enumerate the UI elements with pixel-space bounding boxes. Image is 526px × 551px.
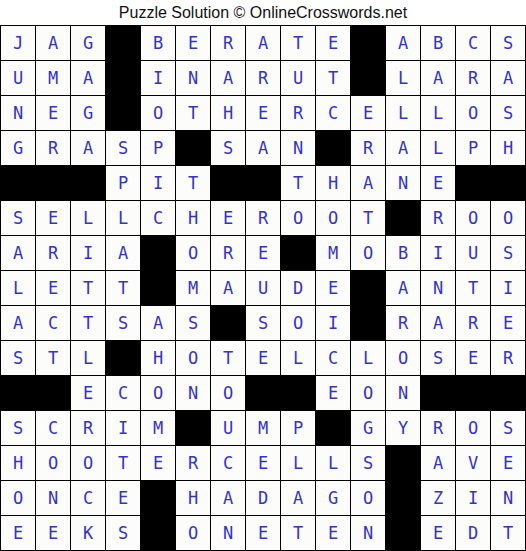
grid-cell: R (211, 26, 245, 60)
grid-cell: C (106, 376, 140, 410)
black-cell (316, 411, 350, 445)
grid-cell: L (351, 341, 385, 375)
grid-cell: S (106, 516, 140, 550)
grid-cell: L (421, 131, 455, 165)
grid-cell: N (421, 271, 455, 305)
grid-cell: N (1, 96, 35, 130)
grid-cell: S (491, 96, 525, 130)
black-cell (1, 376, 35, 410)
grid-cell: O (351, 236, 385, 270)
grid-cell: N (351, 516, 385, 550)
grid-cell: O (351, 376, 385, 410)
grid-cell: T (281, 516, 315, 550)
grid-cell: R (246, 201, 280, 235)
black-cell (141, 516, 175, 550)
grid-cell: R (176, 446, 210, 480)
grid-cell: A (211, 61, 245, 95)
grid-cell: B (421, 26, 455, 60)
grid-cell: U (1, 61, 35, 95)
grid-cell: S (106, 306, 140, 340)
grid-cell: H (1, 446, 35, 480)
grid-cell: I (71, 236, 105, 270)
grid-cell: C (316, 341, 350, 375)
grid-cell: V (456, 446, 490, 480)
grid-cell: T (491, 516, 525, 550)
grid-cell: H (141, 341, 175, 375)
grid-cell: L (316, 446, 350, 480)
black-cell (456, 376, 490, 410)
black-cell (1, 166, 35, 200)
grid-cell: I (491, 271, 525, 305)
grid-cell: A (36, 26, 70, 60)
grid-cell: N (36, 481, 70, 515)
black-cell (106, 26, 140, 60)
grid-cell: R (456, 306, 490, 340)
grid-cell: C (36, 411, 70, 445)
grid-cell: G (351, 411, 385, 445)
grid-cell: T (281, 26, 315, 60)
grid-cell: S (491, 411, 525, 445)
grid-cell: R (246, 61, 280, 95)
grid-cell: L (71, 341, 105, 375)
black-cell (211, 306, 245, 340)
grid-cell: M (246, 411, 280, 445)
grid-cell: I (141, 61, 175, 95)
grid-cell: I (106, 411, 140, 445)
grid-cell: L (106, 201, 140, 235)
grid-cell: E (36, 96, 70, 130)
black-cell (351, 61, 385, 95)
black-cell (106, 96, 140, 130)
crossword-solution-page: Puzzle Solution © OnlineCrosswords.net J… (0, 0, 526, 551)
grid-cell: R (36, 236, 70, 270)
grid-cell: E (71, 376, 105, 410)
grid-cell: S (246, 306, 280, 340)
black-cell (386, 446, 420, 480)
grid-cell: H (316, 166, 350, 200)
grid-cell: C (316, 96, 350, 130)
grid-cell: T (456, 271, 490, 305)
grid-cell: O (456, 201, 490, 235)
grid-cell: A (421, 446, 455, 480)
grid-cell: S (1, 201, 35, 235)
grid-cell: H (176, 481, 210, 515)
grid-cell: O (176, 516, 210, 550)
grid-cell: A (246, 26, 280, 60)
grid-cell: E (316, 271, 350, 305)
grid-cell: E (246, 96, 280, 130)
grid-cell: S (176, 306, 210, 340)
grid-cell: S (1, 411, 35, 445)
black-cell (176, 411, 210, 445)
grid-cell: A (71, 131, 105, 165)
grid-cell: R (281, 96, 315, 130)
grid-cell: E (246, 341, 280, 375)
grid-cell: T (176, 166, 210, 200)
grid-cell: R (211, 236, 245, 270)
grid-cell: A (281, 481, 315, 515)
grid-cell: A (1, 236, 35, 270)
black-cell (106, 341, 140, 375)
grid-cell: O (281, 201, 315, 235)
grid-cell: L (71, 201, 105, 235)
grid-cell: N (281, 131, 315, 165)
grid-cell: N (386, 166, 420, 200)
page-title: Puzzle Solution © OnlineCrosswords.net (0, 0, 526, 25)
grid-cell: E (211, 201, 245, 235)
grid-cell: A (491, 61, 525, 95)
grid-cell: E (36, 201, 70, 235)
grid-cell: O (491, 201, 525, 235)
grid-cell: R (421, 201, 455, 235)
grid-cell: R (36, 131, 70, 165)
grid-cell: R (491, 341, 525, 375)
black-cell (281, 376, 315, 410)
grid-cell: O (71, 446, 105, 480)
grid-cell: C (36, 306, 70, 340)
grid-cell: E (491, 306, 525, 340)
grid-cell: R (421, 411, 455, 445)
black-cell (456, 166, 490, 200)
black-cell (351, 271, 385, 305)
grid-cell: E (176, 26, 210, 60)
grid-cell: O (1, 481, 35, 515)
grid-cell: I (421, 236, 455, 270)
grid-cell: A (106, 236, 140, 270)
grid-cell: E (316, 516, 350, 550)
grid-cell: G (71, 26, 105, 60)
grid-cell: M (36, 61, 70, 95)
black-cell (246, 376, 280, 410)
grid-cell: E (421, 166, 455, 200)
grid-cell: T (71, 306, 105, 340)
grid-cell: E (141, 446, 175, 480)
grid-cell: T (281, 166, 315, 200)
grid-cell: Z (421, 481, 455, 515)
grid-cell: N (176, 376, 210, 410)
grid-cell: U (281, 61, 315, 95)
grid-cell: E (316, 376, 350, 410)
grid-cell: E (106, 481, 140, 515)
black-cell (211, 166, 245, 200)
black-cell (141, 271, 175, 305)
grid-cell: G (1, 131, 35, 165)
black-cell (386, 516, 420, 550)
grid-cell: I (141, 166, 175, 200)
grid-cell: A (71, 61, 105, 95)
grid-cell: A (386, 131, 420, 165)
grid-cell: E (351, 96, 385, 130)
grid-cell: S (491, 26, 525, 60)
grid-cell: E (1, 516, 35, 550)
black-cell (36, 376, 70, 410)
grid-cell: O (281, 306, 315, 340)
grid-cell: E (491, 446, 525, 480)
grid-cell: O (141, 96, 175, 130)
grid-cell: R (456, 61, 490, 95)
grid-cell: C (71, 481, 105, 515)
grid-cell: K (71, 516, 105, 550)
grid-cell: O (211, 376, 245, 410)
grid-cell: P (106, 166, 140, 200)
grid-cell: D (281, 271, 315, 305)
grid-cell: E (246, 446, 280, 480)
grid-cell: S (211, 131, 245, 165)
grid-cell: O (386, 341, 420, 375)
grid-cell: H (491, 131, 525, 165)
grid-cell: T (351, 201, 385, 235)
black-cell (36, 166, 70, 200)
grid-cell: M (141, 411, 175, 445)
black-cell (281, 236, 315, 270)
grid-cell: M (176, 271, 210, 305)
grid-cell: A (246, 131, 280, 165)
grid-cell: L (281, 341, 315, 375)
grid-cell: A (211, 271, 245, 305)
grid-cell: R (351, 131, 385, 165)
black-cell (491, 376, 525, 410)
grid-cell: B (141, 26, 175, 60)
grid-cell: S (106, 131, 140, 165)
grid-cell: N (386, 376, 420, 410)
grid-cell: T (176, 96, 210, 130)
grid-cell: T (211, 341, 245, 375)
grid-cell: L (1, 271, 35, 305)
grid-cell: C (456, 26, 490, 60)
grid-cell: O (456, 96, 490, 130)
grid-cell: O (141, 376, 175, 410)
grid-cell: U (211, 411, 245, 445)
grid-cell: T (71, 271, 105, 305)
grid-cell: O (176, 341, 210, 375)
black-cell (141, 481, 175, 515)
grid-cell: N (211, 516, 245, 550)
grid-cell: T (106, 271, 140, 305)
grid-cell: E (246, 516, 280, 550)
black-cell (386, 201, 420, 235)
grid-cell: L (386, 96, 420, 130)
black-cell (316, 131, 350, 165)
grid-cell: L (281, 446, 315, 480)
grid-cell: L (421, 96, 455, 130)
grid-cell: A (1, 306, 35, 340)
grid-cell: A (141, 306, 175, 340)
grid-cell: R (71, 411, 105, 445)
grid-cell: A (386, 271, 420, 305)
grid-cell: S (421, 341, 455, 375)
grid-cell: P (281, 411, 315, 445)
black-cell (71, 166, 105, 200)
grid-cell: I (316, 306, 350, 340)
grid-cell: I (456, 481, 490, 515)
grid-cell: D (456, 516, 490, 550)
black-cell (351, 26, 385, 60)
grid-cell: D (246, 481, 280, 515)
black-cell (106, 61, 140, 95)
grid-cell: O (316, 201, 350, 235)
black-cell (176, 131, 210, 165)
black-cell (421, 376, 455, 410)
grid-cell: P (141, 131, 175, 165)
grid-cell: O (176, 236, 210, 270)
grid-cell: E (456, 341, 490, 375)
grid-cell: A (211, 481, 245, 515)
grid-cell: E (36, 271, 70, 305)
grid-cell: U (456, 236, 490, 270)
grid-cell: A (421, 306, 455, 340)
grid-cell: A (351, 166, 385, 200)
grid-cell: H (211, 96, 245, 130)
grid-cell: C (141, 201, 175, 235)
grid-cell: E (316, 26, 350, 60)
grid-cell: N (491, 481, 525, 515)
grid-cell: C (211, 446, 245, 480)
grid-cell: S (491, 236, 525, 270)
grid-cell: T (316, 61, 350, 95)
grid-cell: G (71, 96, 105, 130)
grid-cell: H (176, 201, 210, 235)
grid-cell: G (316, 481, 350, 515)
grid-cell: N (176, 61, 210, 95)
black-cell (386, 481, 420, 515)
black-cell (491, 166, 525, 200)
grid-cell: S (351, 446, 385, 480)
black-cell (141, 236, 175, 270)
grid-cell: T (36, 341, 70, 375)
grid-cell: O (351, 481, 385, 515)
grid-cell: E (36, 516, 70, 550)
grid-cell: E (421, 516, 455, 550)
grid-cell: O (456, 411, 490, 445)
grid-cell: S (1, 341, 35, 375)
grid-cell: B (386, 236, 420, 270)
crossword-grid: JAGBERATEABCSUMAINARUTLARANEGOTHERCELLOS… (0, 25, 526, 551)
grid-cell: R (386, 306, 420, 340)
grid-cell: M (316, 236, 350, 270)
grid-cell: Y (386, 411, 420, 445)
grid-cell: A (386, 26, 420, 60)
grid-cell: T (106, 446, 140, 480)
black-cell (351, 306, 385, 340)
grid-cell: A (421, 61, 455, 95)
grid-cell: O (36, 446, 70, 480)
grid-cell: E (246, 236, 280, 270)
grid-cell: U (246, 271, 280, 305)
black-cell (246, 166, 280, 200)
grid-cell: J (1, 26, 35, 60)
grid-cell: L (386, 61, 420, 95)
grid-cell: P (456, 131, 490, 165)
